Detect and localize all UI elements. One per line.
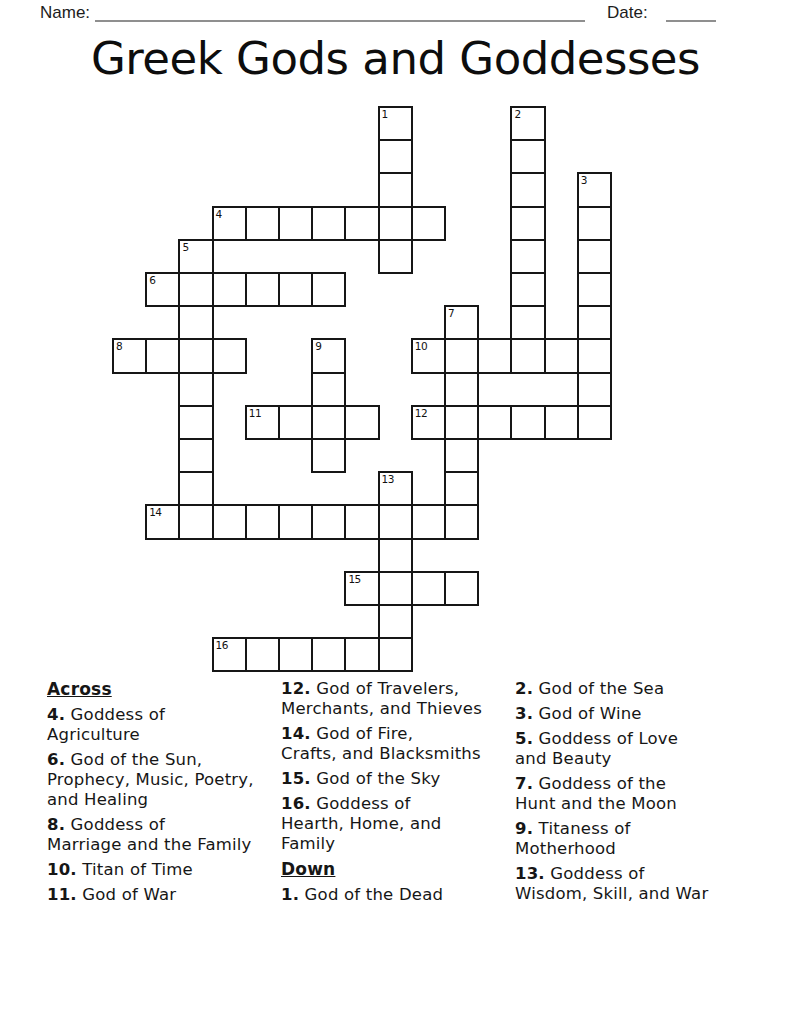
cell-number-1: 1 xyxy=(382,108,388,121)
clue-text: Goddess of Marriage and the Family xyxy=(47,815,252,854)
clue-across-11: 11. God of War xyxy=(47,885,275,905)
cell-r0-c8[interactable]: 1 xyxy=(378,106,413,141)
clue-down-7: 7. Goddess of the Hunt and the Moon xyxy=(515,774,743,814)
clue-across-14: 14. God of Fire, Crafts, and Blacksmiths xyxy=(281,724,509,764)
clue-across-4: 4. Goddess of Agriculture xyxy=(47,705,275,745)
cell-r14-c9[interactable] xyxy=(411,571,446,606)
cell-r7-c14[interactable] xyxy=(577,338,612,373)
cell-r9-c13[interactable] xyxy=(544,405,579,440)
cell-r13-c8[interactable] xyxy=(378,538,413,573)
cell-r11-c2[interactable] xyxy=(178,471,213,506)
cell-r16-c5[interactable] xyxy=(278,637,313,672)
clue-number: 15. xyxy=(281,769,311,788)
cell-r7-c12[interactable] xyxy=(510,338,545,373)
across-heading: Across xyxy=(47,679,275,699)
cell-r9-c10[interactable] xyxy=(444,405,479,440)
cell-r16-c7[interactable] xyxy=(344,637,379,672)
cell-r0-c12[interactable]: 2 xyxy=(510,106,545,141)
cell-number-8: 8 xyxy=(116,340,122,353)
cell-r16-c8[interactable] xyxy=(378,637,413,672)
cell-r4-c12[interactable] xyxy=(510,239,545,274)
clue-text: God of the Dead xyxy=(305,885,444,904)
cell-r8-c14[interactable] xyxy=(577,372,612,407)
cell-r9-c11[interactable] xyxy=(477,405,512,440)
cell-r16-c3[interactable]: 16 xyxy=(212,637,247,672)
cell-r15-c8[interactable] xyxy=(378,604,413,639)
cell-r6-c10[interactable]: 7 xyxy=(444,305,479,340)
clue-column-middle: 12. God of Travelers, Merchants, and Thi… xyxy=(281,679,509,910)
clue-number: 7. xyxy=(515,774,533,793)
clue-across-8: 8. Goddess of Marriage and the Family xyxy=(47,815,275,855)
clue-number: 3. xyxy=(515,704,533,723)
date-label: Date: xyxy=(607,3,648,23)
cell-number-11: 11 xyxy=(249,407,261,420)
cell-r16-c6[interactable] xyxy=(311,637,346,672)
clue-text: Titaness of Motherhood xyxy=(515,819,631,858)
clue-number: 6. xyxy=(47,750,65,769)
cell-r12-c5[interactable] xyxy=(278,504,313,539)
clue-text: God of Fire, Crafts, and Blacksmiths xyxy=(281,724,481,763)
clue-text: Goddess of the Hunt and the Moon xyxy=(515,774,677,813)
cell-r7-c6[interactable]: 9 xyxy=(311,338,346,373)
name-input-line[interactable] xyxy=(95,20,585,22)
cell-r5-c6[interactable] xyxy=(311,272,346,307)
cell-r5-c1[interactable]: 6 xyxy=(145,272,180,307)
cell-number-3: 3 xyxy=(581,174,587,187)
down-heading: Down xyxy=(281,859,509,879)
clue-down-2: 2. God of the Sea xyxy=(515,679,743,699)
cell-r7-c13[interactable] xyxy=(544,338,579,373)
cell-r4-c14[interactable] xyxy=(577,239,612,274)
cell-r14-c10[interactable] xyxy=(444,571,479,606)
cell-r16-c4[interactable] xyxy=(245,637,280,672)
clue-across-10: 10. Titan of Time xyxy=(47,860,275,880)
cell-r12-c4[interactable] xyxy=(245,504,280,539)
clue-down-1: 1. God of the Dead xyxy=(281,885,509,905)
cell-r9-c7[interactable] xyxy=(344,405,379,440)
cell-r11-c10[interactable] xyxy=(444,471,479,506)
clue-across-6: 6. God of the Sun, Prophecy, Music, Poet… xyxy=(47,750,275,810)
cell-r3-c12[interactable] xyxy=(510,206,545,241)
clue-text: Titan of Time xyxy=(82,860,193,879)
clue-number: 2. xyxy=(515,679,533,698)
cell-r7-c2[interactable] xyxy=(178,338,213,373)
clue-text: God of War xyxy=(82,885,176,904)
cell-number-13: 13 xyxy=(382,473,394,486)
cell-r9-c6[interactable] xyxy=(311,405,346,440)
clue-text: God of Travelers, Merchants, and Thieves xyxy=(281,679,482,718)
name-label: Name: xyxy=(40,3,90,23)
page-title: Greek Gods and Goddesses xyxy=(0,33,791,85)
cell-r10-c10[interactable] xyxy=(444,438,479,473)
clue-number: 9. xyxy=(515,819,533,838)
cell-r12-c10[interactable] xyxy=(444,504,479,539)
clue-text: God of the Sun, Prophecy, Music, Poetry,… xyxy=(47,750,254,809)
cell-number-15: 15 xyxy=(348,573,360,586)
cell-r3-c8[interactable] xyxy=(378,206,413,241)
clue-number: 4. xyxy=(47,705,65,724)
cell-r11-c8[interactable]: 13 xyxy=(378,471,413,506)
cell-r4-c8[interactable] xyxy=(378,239,413,274)
cell-r3-c3[interactable]: 4 xyxy=(212,206,247,241)
cell-r9-c12[interactable] xyxy=(510,405,545,440)
cell-number-2: 2 xyxy=(514,108,520,121)
clue-number: 14. xyxy=(281,724,311,743)
clue-down-3: 3. God of Wine xyxy=(515,704,743,724)
clue-column-left: Across4. Goddess of Agriculture6. God of… xyxy=(47,679,275,910)
cell-r5-c14[interactable] xyxy=(577,272,612,307)
cell-r12-c6[interactable] xyxy=(311,504,346,539)
clue-across-12: 12. God of Travelers, Merchants, and Thi… xyxy=(281,679,509,719)
clue-number: 10. xyxy=(47,860,77,879)
cell-r3-c6[interactable] xyxy=(311,206,346,241)
clue-down-13: 13. Goddess of Wisdom, Skill, and War xyxy=(515,864,743,904)
worksheet-page: Name: Date: Greek Gods and Goddesses 123… xyxy=(0,0,791,1024)
cell-number-5: 5 xyxy=(182,241,188,254)
clue-column-right: 2. God of the Sea3. God of Wine5. Goddes… xyxy=(515,679,743,909)
clue-down-9: 9. Titaness of Motherhood xyxy=(515,819,743,859)
cell-r10-c2[interactable] xyxy=(178,438,213,473)
cell-r5-c5[interactable] xyxy=(278,272,313,307)
cell-r1-c12[interactable] xyxy=(510,139,545,174)
clue-text: God of Wine xyxy=(539,704,642,723)
clue-across-16: 16. Goddess of Hearth, Home, and Family xyxy=(281,794,509,854)
clue-text: God of the Sea xyxy=(539,679,665,698)
cell-r3-c7[interactable] xyxy=(344,206,379,241)
cell-r5-c3[interactable] xyxy=(212,272,247,307)
cell-r7-c0[interactable]: 8 xyxy=(112,338,147,373)
cell-number-6: 6 xyxy=(149,274,155,287)
cell-r12-c7[interactable] xyxy=(344,504,379,539)
cell-r1-c8[interactable] xyxy=(378,139,413,174)
clue-text: Goddess of Love and Beauty xyxy=(515,729,678,768)
cell-r2-c12[interactable] xyxy=(510,172,545,207)
cell-r4-c2[interactable]: 5 xyxy=(178,239,213,274)
cell-r7-c11[interactable] xyxy=(477,338,512,373)
cell-r12-c8[interactable] xyxy=(378,504,413,539)
cell-r10-c6[interactable] xyxy=(311,438,346,473)
cell-number-14: 14 xyxy=(149,506,161,519)
cell-number-7: 7 xyxy=(448,307,454,320)
cell-r2-c14[interactable]: 3 xyxy=(577,172,612,207)
cell-r12-c9[interactable] xyxy=(411,504,446,539)
cell-r8-c6[interactable] xyxy=(311,372,346,407)
clue-number: 5. xyxy=(515,729,533,748)
cell-r7-c9[interactable]: 10 xyxy=(411,338,446,373)
cell-r9-c9[interactable]: 12 xyxy=(411,405,446,440)
cell-r12-c3[interactable] xyxy=(212,504,247,539)
cell-r14-c7[interactable]: 15 xyxy=(344,571,379,606)
cell-r3-c5[interactable] xyxy=(278,206,313,241)
cell-r3-c14[interactable] xyxy=(577,206,612,241)
clue-number: 1. xyxy=(281,885,299,904)
cell-r3-c9[interactable] xyxy=(411,206,446,241)
cell-r6-c2[interactable] xyxy=(178,305,213,340)
cell-r9-c4[interactable]: 11 xyxy=(245,405,280,440)
cell-number-10: 10 xyxy=(415,340,427,353)
cell-number-16: 16 xyxy=(216,639,228,652)
cell-r8-c10[interactable] xyxy=(444,372,479,407)
cell-r9-c14[interactable] xyxy=(577,405,612,440)
clue-number: 12. xyxy=(281,679,311,698)
cell-number-12: 12 xyxy=(415,407,427,420)
cell-r5-c12[interactable] xyxy=(510,272,545,307)
cell-number-9: 9 xyxy=(315,340,321,353)
clue-number: 16. xyxy=(281,794,311,813)
clue-text: God of the Sky xyxy=(316,769,440,788)
cell-r9-c5[interactable] xyxy=(278,405,313,440)
clue-number: 8. xyxy=(47,815,65,834)
crossword-grid: 12345678910111213141516 xyxy=(112,106,614,675)
cell-number-4: 4 xyxy=(216,208,222,221)
clue-across-15: 15. God of the Sky xyxy=(281,769,509,789)
cell-r12-c1[interactable]: 14 xyxy=(145,504,180,539)
cell-r2-c8[interactable] xyxy=(378,172,413,207)
date-input-line[interactable] xyxy=(666,20,716,22)
cell-r7-c10[interactable] xyxy=(444,338,479,373)
cell-r7-c1[interactable] xyxy=(145,338,180,373)
cell-r3-c4[interactable] xyxy=(245,206,280,241)
cell-r9-c2[interactable] xyxy=(178,405,213,440)
cell-r6-c12[interactable] xyxy=(510,305,545,340)
cell-r14-c8[interactable] xyxy=(378,571,413,606)
clue-text: Goddess of Agriculture xyxy=(47,705,165,744)
cell-r8-c2[interactable] xyxy=(178,372,213,407)
cell-r5-c4[interactable] xyxy=(245,272,280,307)
cell-r7-c3[interactable] xyxy=(212,338,247,373)
clue-down-5: 5. Goddess of Love and Beauty xyxy=(515,729,743,769)
clue-number: 11. xyxy=(47,885,77,904)
cell-r6-c14[interactable] xyxy=(577,305,612,340)
cell-r5-c2[interactable] xyxy=(178,272,213,307)
clue-number: 13. xyxy=(515,864,545,883)
cell-r12-c2[interactable] xyxy=(178,504,213,539)
